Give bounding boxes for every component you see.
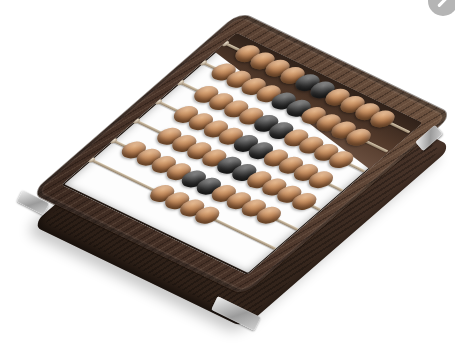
overlay-button[interactable]: [428, 0, 455, 16]
rod-rows: [80, 33, 423, 259]
diagonal-arrow-icon: [437, 0, 449, 7]
